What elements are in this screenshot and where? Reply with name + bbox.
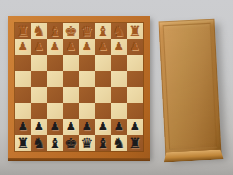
square-e5[interactable] — [63, 87, 79, 103]
square-c8[interactable]: ♝ — [95, 135, 111, 151]
black-pawn[interactable]: ♟ — [31, 119, 47, 135]
square-d3[interactable] — [79, 55, 95, 71]
square-a3[interactable] — [127, 55, 143, 71]
black-pawn[interactable]: ♟ — [95, 119, 111, 135]
black-bishop[interactable]: ♝ — [47, 135, 63, 151]
square-d5[interactable] — [79, 87, 95, 103]
square-g2[interactable]: ♟ — [31, 39, 47, 55]
square-f6[interactable] — [47, 103, 63, 119]
white-knight[interactable]: ♞ — [31, 23, 47, 39]
box-lid — [163, 23, 217, 150]
square-f5[interactable] — [47, 87, 63, 103]
square-b2[interactable]: ♟ — [111, 39, 127, 55]
square-g6[interactable] — [31, 103, 47, 119]
square-d6[interactable] — [79, 103, 95, 119]
square-g4[interactable] — [31, 71, 47, 87]
box-bevel-edge — [163, 149, 223, 162]
square-h7[interactable]: ♟ — [15, 119, 31, 135]
square-h6[interactable] — [15, 103, 31, 119]
black-rook[interactable]: ♜ — [15, 135, 31, 151]
square-e4[interactable] — [63, 71, 79, 87]
square-h3[interactable] — [15, 55, 31, 71]
square-b3[interactable] — [111, 55, 127, 71]
white-pawn[interactable]: ♟ — [111, 39, 127, 55]
square-h4[interactable] — [15, 71, 31, 87]
square-b7[interactable]: ♟ — [111, 119, 127, 135]
square-g1[interactable]: ♞ — [31, 23, 47, 39]
square-a4[interactable] — [127, 71, 143, 87]
square-c1[interactable]: ♝ — [95, 23, 111, 39]
square-g5[interactable] — [31, 87, 47, 103]
square-h5[interactable] — [15, 87, 31, 103]
square-a6[interactable] — [127, 103, 143, 119]
black-pawn[interactable]: ♟ — [127, 119, 143, 135]
black-king[interactable]: ♚ — [63, 135, 79, 151]
white-bishop[interactable]: ♝ — [95, 23, 111, 39]
white-bishop[interactable]: ♝ — [47, 23, 63, 39]
square-e6[interactable] — [63, 103, 79, 119]
black-knight[interactable]: ♞ — [111, 135, 127, 151]
square-f3[interactable] — [47, 55, 63, 71]
square-f1[interactable]: ♝ — [47, 23, 63, 39]
square-b8[interactable]: ♞ — [111, 135, 127, 151]
black-pawn[interactable]: ♟ — [47, 119, 63, 135]
square-a2[interactable]: ♟ — [127, 39, 143, 55]
square-c6[interactable] — [95, 103, 111, 119]
white-pawn[interactable]: ♟ — [95, 39, 111, 55]
white-knight[interactable]: ♞ — [111, 23, 127, 39]
white-pawn[interactable]: ♟ — [127, 39, 143, 55]
black-pawn[interactable]: ♟ — [63, 119, 79, 135]
black-pawn[interactable]: ♟ — [79, 119, 95, 135]
white-pawn[interactable]: ♟ — [79, 39, 95, 55]
square-e8[interactable]: ♚ — [63, 135, 79, 151]
square-f4[interactable] — [47, 71, 63, 87]
square-c7[interactable]: ♟ — [95, 119, 111, 135]
board-grid: ♜♞♝♚♛♝♞♜♟♟♟♟♟♟♟♟♟♟♟♟♟♟♟♟♜♞♝♚♛♝♞♜ — [15, 23, 143, 151]
square-e3[interactable] — [63, 55, 79, 71]
square-c5[interactable] — [95, 87, 111, 103]
square-a5[interactable] — [127, 87, 143, 103]
square-e2[interactable]: ♟ — [63, 39, 79, 55]
square-c3[interactable] — [95, 55, 111, 71]
square-f2[interactable]: ♟ — [47, 39, 63, 55]
square-h1[interactable]: ♜ — [15, 23, 31, 39]
square-f8[interactable]: ♝ — [47, 135, 63, 151]
square-g8[interactable]: ♞ — [31, 135, 47, 151]
square-b5[interactable] — [111, 87, 127, 103]
black-queen[interactable]: ♛ — [79, 135, 95, 151]
square-c2[interactable]: ♟ — [95, 39, 111, 55]
square-h2[interactable]: ♟ — [15, 39, 31, 55]
square-a8[interactable]: ♜ — [127, 135, 143, 151]
square-g7[interactable]: ♟ — [31, 119, 47, 135]
black-rook[interactable]: ♜ — [127, 135, 143, 151]
square-e7[interactable]: ♟ — [63, 119, 79, 135]
white-rook[interactable]: ♜ — [127, 23, 143, 39]
square-a7[interactable]: ♟ — [127, 119, 143, 135]
square-g3[interactable] — [31, 55, 47, 71]
square-b1[interactable]: ♞ — [111, 23, 127, 39]
black-pawn[interactable]: ♟ — [15, 119, 31, 135]
white-queen[interactable]: ♛ — [79, 23, 95, 39]
white-pawn[interactable]: ♟ — [63, 39, 79, 55]
chess-board: ♜♞♝♚♛♝♞♜♟♟♟♟♟♟♟♟♟♟♟♟♟♟♟♟♜♞♝♚♛♝♞♜ — [8, 16, 150, 158]
square-f7[interactable]: ♟ — [47, 119, 63, 135]
square-d7[interactable]: ♟ — [79, 119, 95, 135]
square-h8[interactable]: ♜ — [15, 135, 31, 151]
table-surface: ♜♞♝♚♛♝♞♜♟♟♟♟♟♟♟♟♟♟♟♟♟♟♟♟♜♞♝♚♛♝♞♜ — [0, 0, 233, 175]
square-b6[interactable] — [111, 103, 127, 119]
black-bishop[interactable]: ♝ — [95, 135, 111, 151]
white-pawn[interactable]: ♟ — [47, 39, 63, 55]
black-pawn[interactable]: ♟ — [111, 119, 127, 135]
black-knight[interactable]: ♞ — [31, 135, 47, 151]
square-d1[interactable]: ♛ — [79, 23, 95, 39]
white-rook[interactable]: ♜ — [15, 23, 31, 39]
square-d8[interactable]: ♛ — [79, 135, 95, 151]
square-e1[interactable]: ♚ — [63, 23, 79, 39]
square-b4[interactable] — [111, 71, 127, 87]
square-a1[interactable]: ♜ — [127, 23, 143, 39]
white-king[interactable]: ♚ — [63, 23, 79, 39]
white-pawn[interactable]: ♟ — [15, 39, 31, 55]
square-c4[interactable] — [95, 71, 111, 87]
square-d2[interactable]: ♟ — [79, 39, 95, 55]
white-pawn[interactable]: ♟ — [31, 39, 47, 55]
storage-box — [158, 19, 221, 159]
square-d4[interactable] — [79, 71, 95, 87]
